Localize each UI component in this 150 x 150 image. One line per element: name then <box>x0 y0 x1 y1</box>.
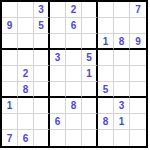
cell-r5c8[interactable] <box>114 66 130 82</box>
cell-r7c3[interactable] <box>34 98 50 114</box>
cell-r3c3[interactable] <box>34 34 50 50</box>
cell-r5c3[interactable] <box>34 66 50 82</box>
cell-r1c2[interactable] <box>18 2 34 18</box>
cell-r6c6[interactable] <box>82 82 98 98</box>
cell-r4c7[interactable] <box>98 50 114 66</box>
sudoku-board: 32795618935218518368176 <box>0 0 148 148</box>
cell-r1c5[interactable]: 2 <box>66 2 82 18</box>
cell-r6c3[interactable] <box>34 82 50 98</box>
cell-r9c1[interactable]: 7 <box>2 130 18 146</box>
cell-r6c1[interactable] <box>2 82 18 98</box>
cell-r3c6[interactable] <box>82 34 98 50</box>
cell-r9c8[interactable] <box>114 130 130 146</box>
cell-r4c9[interactable] <box>130 50 146 66</box>
cell-r5c9[interactable] <box>130 66 146 82</box>
cell-r4c6[interactable]: 5 <box>82 50 98 66</box>
cell-r2c5[interactable]: 6 <box>66 18 82 34</box>
cell-r8c3[interactable] <box>34 114 50 130</box>
cell-r7c6[interactable] <box>82 98 98 114</box>
cell-r4c4[interactable]: 3 <box>50 50 66 66</box>
cell-r1c4[interactable] <box>50 2 66 18</box>
cell-r5c4[interactable] <box>50 66 66 82</box>
cell-r3c2[interactable] <box>18 34 34 50</box>
cell-r1c6[interactable] <box>82 2 98 18</box>
cell-r1c9[interactable]: 7 <box>130 2 146 18</box>
cell-r6c8[interactable] <box>114 82 130 98</box>
cell-r8c2[interactable] <box>18 114 34 130</box>
cell-r2c7[interactable] <box>98 18 114 34</box>
cell-r1c7[interactable] <box>98 2 114 18</box>
cell-r2c6[interactable] <box>82 18 98 34</box>
cell-r5c2[interactable]: 2 <box>18 66 34 82</box>
cell-r6c7[interactable]: 5 <box>98 82 114 98</box>
cell-r2c3[interactable]: 5 <box>34 18 50 34</box>
cell-r2c9[interactable] <box>130 18 146 34</box>
cell-r9c9[interactable] <box>130 130 146 146</box>
cell-r3c7[interactable]: 1 <box>98 34 114 50</box>
cell-r2c4[interactable] <box>50 18 66 34</box>
cell-r1c3[interactable]: 3 <box>34 2 50 18</box>
cell-r7c1[interactable]: 1 <box>2 98 18 114</box>
cell-r7c5[interactable]: 8 <box>66 98 82 114</box>
cell-r3c8[interactable]: 8 <box>114 34 130 50</box>
cell-r8c8[interactable]: 1 <box>114 114 130 130</box>
cell-r3c4[interactable] <box>50 34 66 50</box>
cell-r4c2[interactable] <box>18 50 34 66</box>
cell-r8c1[interactable] <box>2 114 18 130</box>
cell-r8c5[interactable] <box>66 114 82 130</box>
cell-r8c4[interactable]: 6 <box>50 114 66 130</box>
cell-r8c6[interactable] <box>82 114 98 130</box>
cell-r9c3[interactable] <box>34 130 50 146</box>
cell-r1c1[interactable] <box>2 2 18 18</box>
cell-r9c2[interactable]: 6 <box>18 130 34 146</box>
cell-r9c6[interactable] <box>82 130 98 146</box>
cell-r5c1[interactable] <box>2 66 18 82</box>
cell-r2c2[interactable] <box>18 18 34 34</box>
cell-r9c4[interactable] <box>50 130 66 146</box>
cell-r5c7[interactable] <box>98 66 114 82</box>
cell-r6c5[interactable] <box>66 82 82 98</box>
cell-r6c9[interactable] <box>130 82 146 98</box>
cell-r1c8[interactable] <box>114 2 130 18</box>
cell-r4c3[interactable] <box>34 50 50 66</box>
cell-r4c8[interactable] <box>114 50 130 66</box>
cell-r3c9[interactable]: 9 <box>130 34 146 50</box>
cell-r3c1[interactable] <box>2 34 18 50</box>
cell-r7c7[interactable] <box>98 98 114 114</box>
cell-r9c7[interactable] <box>98 130 114 146</box>
cell-r5c5[interactable] <box>66 66 82 82</box>
cell-r7c9[interactable] <box>130 98 146 114</box>
cell-r2c1[interactable]: 9 <box>2 18 18 34</box>
cell-r8c9[interactable] <box>130 114 146 130</box>
cell-r5c6[interactable]: 1 <box>82 66 98 82</box>
cell-r9c5[interactable] <box>66 130 82 146</box>
cell-r6c4[interactable] <box>50 82 66 98</box>
cell-r6c2[interactable]: 8 <box>18 82 34 98</box>
cell-r7c8[interactable]: 3 <box>114 98 130 114</box>
cell-r2c8[interactable] <box>114 18 130 34</box>
cell-r8c7[interactable]: 8 <box>98 114 114 130</box>
cell-r3c5[interactable] <box>66 34 82 50</box>
cell-r7c2[interactable] <box>18 98 34 114</box>
cell-r7c4[interactable] <box>50 98 66 114</box>
cell-r4c1[interactable] <box>2 50 18 66</box>
cell-r4c5[interactable] <box>66 50 82 66</box>
